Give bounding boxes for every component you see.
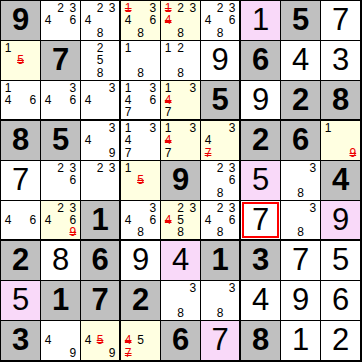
empty-candidate-slot — [187, 67, 199, 79]
cell-r5c6[interactable]: 2368 — [201, 161, 241, 201]
given-value: 3 — [12, 324, 29, 355]
candidate-2: 2 — [214, 2, 226, 14]
cell-r9c8[interactable]: 1 — [281, 321, 321, 361]
given-value: 6 — [172, 324, 189, 355]
empty-candidate-slot — [174, 147, 186, 159]
cell-r1c2[interactable]: 2346 — [41, 1, 81, 41]
entered-value: 7 — [252, 204, 269, 235]
cell-r4c1[interactable]: 8 — [1, 121, 41, 161]
candidate-2: 2 — [214, 202, 226, 214]
empty-candidate-slot — [106, 187, 118, 199]
candidate-7: 7 — [162, 106, 174, 118]
empty-candidate-slot — [122, 27, 134, 39]
empty-candidate-slot — [147, 162, 159, 174]
empty-candidate-slot — [162, 27, 174, 39]
cell-r4c7[interactable]: 2 — [241, 121, 281, 161]
cell-r9c5[interactable]: 6 — [161, 321, 201, 361]
cell-r1c1[interactable]: 9 — [1, 1, 41, 41]
candidate-9: 9 — [106, 347, 118, 359]
empty-candidate-slot — [42, 174, 54, 186]
cell-r5c2[interactable]: 236 — [41, 161, 81, 201]
empty-candidate-slot — [202, 122, 214, 134]
empty-candidate-slot — [82, 187, 94, 199]
empty-candidate-slot — [82, 54, 94, 66]
candidate-5: 5 — [94, 54, 106, 66]
empty-candidate-slot — [334, 122, 346, 134]
cell-r2c7[interactable]: 6 — [241, 41, 281, 81]
empty-candidate-slot — [42, 162, 54, 174]
entered-value: 6 — [332, 284, 349, 315]
cell-r6c1[interactable]: 46 — [1, 201, 41, 241]
empty-candidate-slot — [147, 226, 159, 238]
empty-candidate-slot — [134, 202, 146, 214]
cell-r7c5[interactable]: 4 — [161, 241, 201, 281]
cell-r5c3[interactable]: 23 — [81, 161, 121, 201]
empty-candidate-slot — [174, 54, 186, 66]
candidate-1: 1 — [162, 122, 174, 134]
candidate-grid: 23458 — [161, 201, 200, 239]
cell-r9c9[interactable]: 2 — [321, 321, 361, 361]
empty-candidate-slot — [106, 134, 118, 146]
empty-candidate-slot — [134, 347, 146, 359]
cell-r3c3[interactable]: 34 — [81, 81, 121, 121]
empty-candidate-slot — [202, 307, 214, 319]
cell-r4c6[interactable]: 347 — [201, 121, 241, 161]
given-value: 1 — [91, 204, 108, 235]
candidate-4: 4 — [42, 334, 54, 346]
candidate-grid: 23468 — [201, 201, 239, 239]
empty-candidate-slot — [347, 134, 359, 146]
cell-r8c8[interactable]: 9 — [281, 281, 321, 321]
cell-r6c8[interactable]: 38 — [281, 201, 321, 241]
candidate-6: 6 — [27, 214, 39, 226]
candidate-1: 1 — [2, 42, 14, 54]
empty-candidate-slot — [226, 294, 238, 306]
candidate-3: 3 — [226, 2, 238, 14]
candidate-6: 6 — [67, 174, 79, 186]
candidate-6: 6 — [67, 94, 79, 106]
empty-candidate-slot — [42, 27, 54, 39]
candidate-3: 3 — [226, 162, 238, 174]
candidate-6: 6 — [226, 174, 238, 186]
cell-r1c5[interactable]: 12348 — [161, 1, 201, 41]
cell-r6c9[interactable]: 9 — [321, 201, 361, 241]
empty-candidate-slot — [174, 14, 186, 26]
given-value: 9 — [12, 4, 29, 35]
empty-candidate-slot — [294, 162, 306, 174]
candidate-6: 6 — [67, 14, 79, 26]
empty-candidate-slot — [122, 54, 134, 66]
given-value: 6 — [292, 124, 309, 155]
candidate-8: 8 — [214, 226, 226, 238]
cell-r1c7[interactable]: 1 — [241, 1, 281, 41]
candidate-6: 6 — [147, 94, 159, 106]
candidate-1: 1 — [122, 122, 134, 134]
cell-r8c3[interactable]: 7 — [81, 281, 121, 321]
empty-candidate-slot — [282, 187, 294, 199]
cell-r6c6[interactable]: 23468 — [201, 201, 241, 241]
cell-r8c5[interactable]: 38 — [161, 281, 201, 321]
empty-candidate-slot — [94, 14, 106, 26]
empty-candidate-slot — [42, 187, 54, 199]
eliminated-candidate-1: 1 — [162, 2, 174, 14]
empty-candidate-slot — [214, 14, 226, 26]
candidate-3: 3 — [67, 162, 79, 174]
cell-r4c4[interactable]: 1347 — [121, 121, 161, 161]
empty-candidate-slot — [282, 202, 294, 214]
cell-r5c8[interactable]: 38 — [281, 161, 321, 201]
cell-r9c7[interactable]: 8 — [241, 321, 281, 361]
candidate-6: 6 — [226, 214, 238, 226]
empty-candidate-slot — [14, 42, 26, 54]
cell-r3c4[interactable]: 13467 — [121, 81, 161, 121]
empty-candidate-slot — [147, 187, 159, 199]
empty-candidate-slot — [14, 106, 26, 118]
empty-candidate-slot — [334, 147, 346, 159]
empty-candidate-slot — [174, 134, 186, 146]
cell-r2c8[interactable]: 4 — [281, 41, 321, 81]
empty-candidate-slot — [187, 226, 199, 238]
entered-value: 7 — [292, 244, 309, 275]
eliminated-candidate-7: 7 — [202, 147, 214, 159]
candidate-2: 2 — [94, 2, 106, 14]
given-value: 1 — [211, 244, 228, 275]
empty-candidate-slot — [94, 122, 106, 134]
candidate-grid: 2348 — [81, 1, 119, 40]
cell-r1c3[interactable]: 2348 — [81, 1, 121, 41]
entered-value: 1 — [292, 324, 309, 355]
empty-candidate-slot — [147, 106, 159, 118]
cell-r7c8[interactable]: 7 — [281, 241, 321, 281]
empty-candidate-slot — [94, 187, 106, 199]
candidate-8: 8 — [214, 27, 226, 39]
empty-candidate-slot — [134, 322, 146, 334]
cell-r7c1[interactable]: 2 — [1, 241, 41, 281]
cell-r9c2[interactable]: 49 — [41, 321, 81, 361]
empty-candidate-slot — [294, 202, 306, 214]
empty-candidate-slot — [187, 42, 199, 54]
cell-r7c4[interactable]: 9 — [121, 241, 161, 281]
candidate-8: 8 — [94, 27, 106, 39]
candidate-8: 8 — [294, 226, 306, 238]
empty-candidate-slot — [42, 226, 54, 238]
empty-candidate-slot — [147, 347, 159, 359]
cell-r9c6[interactable]: 7 — [201, 321, 241, 361]
empty-candidate-slot — [202, 174, 214, 186]
empty-candidate-slot — [106, 334, 118, 346]
entered-value: 4 — [292, 44, 309, 75]
empty-candidate-slot — [106, 106, 118, 118]
candidate-3: 3 — [226, 282, 238, 294]
cell-r3c5[interactable]: 1347 — [161, 81, 201, 121]
candidate-grid: 15 — [1, 41, 40, 80]
candidate-1: 1 — [322, 122, 334, 134]
candidate-grid: 23 — [81, 161, 119, 200]
empty-candidate-slot — [82, 347, 94, 359]
empty-candidate-slot — [187, 134, 199, 146]
empty-candidate-slot — [134, 162, 146, 174]
candidate-2: 2 — [94, 42, 106, 54]
cell-r8c1[interactable]: 5 — [1, 281, 41, 321]
empty-candidate-slot — [162, 226, 174, 238]
entered-value: 9 — [252, 84, 269, 115]
empty-candidate-slot — [67, 106, 79, 118]
cell-r1c4[interactable]: 13468 — [121, 1, 161, 41]
empty-candidate-slot — [147, 334, 159, 346]
cell-r5c9[interactable]: 4 — [321, 161, 361, 201]
empty-candidate-slot — [94, 94, 106, 106]
cell-r9c1[interactable]: 3 — [1, 321, 41, 361]
empty-candidate-slot — [27, 54, 39, 66]
cell-r9c3[interactable]: 459 — [81, 321, 121, 361]
candidate-8: 8 — [134, 67, 146, 79]
candidate-grid: 128 — [161, 41, 200, 80]
cell-r3c1[interactable]: 146 — [1, 81, 41, 121]
eliminated-candidate-5: 5 — [14, 54, 26, 66]
empty-candidate-slot — [162, 54, 174, 66]
eliminated-candidate-4: 4 — [162, 214, 174, 226]
empty-candidate-slot — [187, 106, 199, 118]
cell-r8c2[interactable]: 1 — [41, 281, 81, 321]
empty-candidate-slot — [294, 174, 306, 186]
empty-candidate-slot — [67, 187, 79, 199]
cell-r3c6[interactable]: 5 — [201, 81, 241, 121]
given-value: 1 — [52, 284, 69, 315]
entered-value: 9 — [211, 44, 228, 75]
candidate-grid: 1347 — [161, 121, 200, 160]
candidate-4: 4 — [202, 214, 214, 226]
empty-candidate-slot — [134, 42, 146, 54]
empty-candidate-slot — [2, 54, 14, 66]
candidate-grid: 459 — [81, 321, 119, 360]
cell-r3c8[interactable]: 2 — [281, 81, 321, 121]
candidate-8: 8 — [174, 27, 186, 39]
candidate-1: 1 — [122, 42, 134, 54]
candidate-grid: 15 — [121, 161, 160, 200]
cell-r7c6[interactable]: 1 — [201, 241, 241, 281]
empty-candidate-slot — [82, 122, 94, 134]
cell-r2c4[interactable]: 18 — [121, 41, 161, 81]
empty-candidate-slot — [42, 347, 54, 359]
candidate-grid: 23469 — [41, 201, 80, 239]
cell-r2c5[interactable]: 128 — [161, 41, 201, 81]
empty-candidate-slot — [202, 294, 214, 306]
cell-r2c1[interactable]: 15 — [1, 41, 41, 81]
empty-candidate-slot — [174, 106, 186, 118]
cell-r7c7[interactable]: 3 — [241, 241, 281, 281]
empty-candidate-slot — [174, 94, 186, 106]
candidate-6: 6 — [226, 14, 238, 26]
cell-r6c2[interactable]: 23469 — [41, 201, 81, 241]
entered-value: 5 — [12, 284, 29, 315]
candidate-4: 4 — [2, 94, 14, 106]
empty-candidate-slot — [122, 322, 134, 334]
empty-candidate-slot — [2, 67, 14, 79]
entered-value: 4 — [172, 244, 189, 275]
empty-candidate-slot — [214, 147, 226, 159]
candidate-3: 3 — [147, 122, 159, 134]
empty-candidate-slot — [187, 27, 199, 39]
eliminated-candidate-9: 9 — [67, 226, 79, 238]
empty-candidate-slot — [226, 226, 238, 238]
cell-r5c7[interactable]: 5 — [241, 161, 281, 201]
cell-r8c9[interactable]: 6 — [321, 281, 361, 321]
empty-candidate-slot — [214, 134, 226, 146]
cell-r1c9[interactable]: 7 — [321, 1, 361, 41]
candidate-3: 3 — [147, 2, 159, 14]
cell-r3c7[interactable]: 9 — [241, 81, 281, 121]
cell-r3c9[interactable]: 8 — [321, 81, 361, 121]
cell-r5c5[interactable]: 9 — [161, 161, 201, 201]
empty-candidate-slot — [226, 134, 238, 146]
empty-candidate-slot — [226, 187, 238, 199]
cell-r4c2[interactable]: 5 — [41, 121, 81, 161]
empty-candidate-slot — [187, 14, 199, 26]
entered-value: 7 — [211, 324, 228, 355]
cell-r4c5[interactable]: 1347 — [161, 121, 201, 161]
empty-candidate-slot — [54, 226, 66, 238]
empty-candidate-slot — [54, 106, 66, 118]
empty-candidate-slot — [94, 347, 106, 359]
empty-candidate-slot — [54, 27, 66, 39]
cell-r2c9[interactable]: 3 — [321, 41, 361, 81]
empty-candidate-slot — [214, 174, 226, 186]
eliminated-candidate-5: 5 — [94, 334, 106, 346]
empty-candidate-slot — [147, 42, 159, 54]
candidate-3: 3 — [106, 122, 118, 134]
cell-r5c1[interactable]: 7 — [1, 161, 41, 201]
empty-candidate-slot — [122, 67, 134, 79]
empty-candidate-slot — [27, 42, 39, 54]
cell-r6c4[interactable]: 3468 — [121, 201, 161, 241]
empty-candidate-slot — [214, 122, 226, 134]
candidate-8: 8 — [174, 226, 186, 238]
candidate-4: 4 — [202, 134, 214, 146]
eliminated-candidate-1: 1 — [122, 2, 134, 14]
empty-candidate-slot — [147, 27, 159, 39]
cell-r3c2[interactable]: 346 — [41, 81, 81, 121]
empty-candidate-slot — [282, 226, 294, 238]
candidate-grid: 349 — [81, 121, 119, 160]
empty-candidate-slot — [134, 187, 146, 199]
empty-candidate-slot — [27, 226, 39, 238]
candidate-4: 4 — [42, 214, 54, 226]
empty-candidate-slot — [307, 174, 319, 186]
cell-r6c3[interactable]: 1 — [81, 201, 121, 241]
empty-candidate-slot — [82, 322, 94, 334]
cell-r8c4[interactable]: 2 — [121, 281, 161, 321]
candidate-4: 4 — [202, 14, 214, 26]
candidate-grid: 49 — [41, 321, 80, 360]
empty-candidate-slot — [54, 174, 66, 186]
candidate-3: 3 — [187, 282, 199, 294]
cell-r1c8[interactable]: 5 — [281, 1, 321, 41]
cell-r2c3[interactable]: 258 — [81, 41, 121, 81]
empty-candidate-slot — [27, 106, 39, 118]
cell-r4c9[interactable]: 19 — [321, 121, 361, 161]
cell-r4c3[interactable]: 349 — [81, 121, 121, 161]
candidate-grid: 146 — [1, 81, 40, 119]
candidate-4: 4 — [82, 334, 94, 346]
empty-candidate-slot — [2, 106, 14, 118]
candidate-grid: 18 — [121, 41, 160, 80]
empty-candidate-slot — [162, 282, 174, 294]
empty-candidate-slot — [42, 106, 54, 118]
cell-r6c5[interactable]: 23458 — [161, 201, 201, 241]
candidate-grid: 12348 — [161, 1, 200, 40]
cell-r4c8[interactable]: 6 — [281, 121, 321, 161]
candidate-grid: 38 — [161, 281, 200, 320]
cell-r7c9[interactable]: 5 — [321, 241, 361, 281]
candidate-2: 2 — [54, 202, 66, 214]
candidate-2: 2 — [174, 2, 186, 14]
cell-r7c2[interactable]: 8 — [41, 241, 81, 281]
empty-candidate-slot — [147, 54, 159, 66]
given-value: 8 — [252, 324, 269, 355]
candidate-grid: 46 — [1, 201, 40, 239]
candidate-grid: 2368 — [201, 161, 239, 200]
empty-candidate-slot — [202, 226, 214, 238]
empty-candidate-slot — [174, 294, 186, 306]
empty-candidate-slot — [106, 67, 118, 79]
candidate-8: 8 — [94, 67, 106, 79]
candidate-grid: 38 — [201, 281, 239, 320]
candidate-3: 3 — [307, 162, 319, 174]
cell-r8c7[interactable]: 4 — [241, 281, 281, 321]
entered-value: 8 — [52, 244, 69, 275]
candidate-grid: 38 — [281, 161, 320, 200]
candidate-4: 4 — [82, 94, 94, 106]
cell-r2c2[interactable]: 7 — [41, 41, 81, 81]
empty-candidate-slot — [14, 226, 26, 238]
cell-r2c6[interactable]: 9 — [201, 41, 241, 81]
entered-value: 7 — [332, 4, 349, 35]
candidate-8: 8 — [134, 226, 146, 238]
empty-candidate-slot — [82, 2, 94, 14]
cell-r7c3[interactable]: 6 — [81, 241, 121, 281]
cell-r8c6[interactable]: 38 — [201, 281, 241, 321]
empty-candidate-slot — [282, 174, 294, 186]
cell-r6c7[interactable]: 7 — [241, 201, 281, 241]
given-value: 7 — [52, 44, 69, 75]
cell-r5c4[interactable]: 15 — [121, 161, 161, 201]
empty-candidate-slot — [134, 54, 146, 66]
empty-candidate-slot — [134, 106, 146, 118]
entered-value: 5 — [252, 164, 269, 195]
given-value: 5 — [211, 84, 228, 115]
empty-candidate-slot — [187, 54, 199, 66]
candidate-grid: 347 — [201, 121, 239, 160]
entered-value: 3 — [332, 44, 349, 75]
empty-candidate-slot — [162, 307, 174, 319]
empty-candidate-slot — [82, 147, 94, 159]
eliminated-candidate-5: 5 — [134, 174, 146, 186]
eliminated-candidate-7: 7 — [122, 347, 134, 359]
candidate-6: 6 — [27, 94, 39, 106]
given-value: 8 — [12, 124, 29, 155]
candidate-4: 4 — [82, 14, 94, 26]
candidate-3: 3 — [187, 2, 199, 14]
cell-r1c6[interactable]: 23468 — [201, 1, 241, 41]
cell-r9c4[interactable]: 457 — [121, 321, 161, 361]
empty-candidate-slot — [42, 2, 54, 14]
entered-value: 4 — [252, 284, 269, 315]
candidate-3: 3 — [187, 82, 199, 94]
empty-candidate-slot — [174, 82, 186, 94]
candidate-3: 3 — [106, 2, 118, 14]
empty-candidate-slot — [122, 187, 134, 199]
empty-candidate-slot — [162, 67, 174, 79]
